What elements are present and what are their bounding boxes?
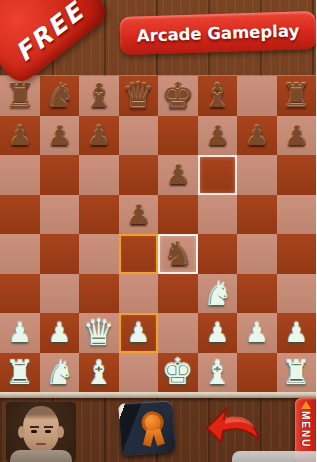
white-pawn[interactable]: ♟ [40, 313, 80, 353]
square-h6[interactable] [277, 155, 317, 195]
black-rook[interactable]: ♜ [277, 76, 317, 116]
arcade-gameplay-label: Arcade Gameplay [136, 21, 299, 45]
white-bishop[interactable]: ♝ [79, 353, 119, 393]
square-g8[interactable] [237, 76, 277, 116]
square-f6[interactable] [198, 155, 238, 195]
square-e8[interactable]: ♚ [158, 76, 198, 116]
black-pawn[interactable]: ♟ [119, 195, 159, 235]
black-knight[interactable]: ♞ [158, 234, 198, 274]
black-pawn[interactable]: ♟ [40, 116, 80, 156]
square-c5[interactable] [79, 195, 119, 235]
rules-book-button[interactable] [116, 402, 178, 454]
square-e2[interactable] [158, 313, 198, 353]
black-pawn[interactable]: ♟ [158, 155, 198, 195]
square-a6[interactable] [0, 155, 40, 195]
white-knight[interactable]: ♞ [40, 353, 80, 393]
white-pawn[interactable]: ♟ [119, 313, 159, 353]
square-c8[interactable]: ♝ [79, 76, 119, 116]
white-knight[interactable]: ♞ [198, 274, 238, 314]
black-rook[interactable]: ♜ [0, 76, 40, 116]
square-a3[interactable] [0, 274, 40, 314]
square-g6[interactable] [237, 155, 277, 195]
square-h4[interactable] [277, 234, 317, 274]
white-queen[interactable]: ♛ [79, 313, 119, 353]
square-b5[interactable] [40, 195, 80, 235]
square-b6[interactable] [40, 155, 80, 195]
square-c4[interactable] [79, 234, 119, 274]
square-c2[interactable]: ♛ [79, 313, 119, 353]
white-king[interactable]: ♚ [158, 353, 198, 393]
menu-arrow-icon [301, 401, 311, 409]
avatar-face [23, 406, 59, 452]
free-badge-label: FREE [10, 0, 90, 67]
square-e1[interactable]: ♚ [158, 353, 198, 393]
square-f1[interactable]: ♝ [198, 353, 238, 393]
arcade-gameplay-banner: Arcade Gameplay [119, 11, 316, 55]
square-e6[interactable]: ♟ [158, 155, 198, 195]
white-rook[interactable]: ♜ [277, 353, 317, 393]
square-b1[interactable]: ♞ [40, 353, 80, 393]
square-h2[interactable]: ♟ [277, 313, 317, 353]
square-c1[interactable]: ♝ [79, 353, 119, 393]
square-a1[interactable]: ♜ [0, 353, 40, 393]
square-d2[interactable]: ♟ [119, 313, 159, 353]
square-c3[interactable] [79, 274, 119, 314]
square-e7[interactable] [158, 116, 198, 156]
square-g4[interactable] [237, 234, 277, 274]
square-f2[interactable]: ♟ [198, 313, 238, 353]
square-a7[interactable]: ♟ [0, 116, 40, 156]
square-h1[interactable]: ♜ [277, 353, 317, 393]
square-f3[interactable]: ♞ [198, 274, 238, 314]
square-h7[interactable]: ♟ [277, 116, 317, 156]
white-pawn[interactable]: ♟ [0, 313, 40, 353]
black-pawn[interactable]: ♟ [79, 116, 119, 156]
square-d7[interactable] [119, 116, 159, 156]
book-icon [118, 400, 175, 456]
black-pawn[interactable]: ♟ [198, 116, 238, 156]
black-bishop[interactable]: ♝ [79, 76, 119, 116]
opponent-avatar [6, 402, 76, 462]
square-g5[interactable] [237, 195, 277, 235]
black-knight[interactable]: ♞ [40, 76, 80, 116]
square-e4[interactable]: ♞ [158, 234, 198, 274]
white-pawn[interactable]: ♟ [277, 313, 317, 353]
square-d5[interactable]: ♟ [119, 195, 159, 235]
black-pawn[interactable]: ♟ [277, 116, 317, 156]
square-f5[interactable] [198, 195, 238, 235]
square-e5[interactable] [158, 195, 198, 235]
black-bishop[interactable]: ♝ [198, 76, 238, 116]
square-b3[interactable] [40, 274, 80, 314]
square-h8[interactable]: ♜ [277, 76, 317, 116]
square-d3[interactable] [119, 274, 159, 314]
black-pawn[interactable]: ♟ [0, 116, 40, 156]
black-queen[interactable]: ♛ [119, 76, 159, 116]
square-a8[interactable]: ♜ [0, 76, 40, 116]
square-b7[interactable]: ♟ [40, 116, 80, 156]
square-d8[interactable]: ♛ [119, 76, 159, 116]
white-bishop[interactable]: ♝ [198, 353, 238, 393]
square-g3[interactable] [237, 274, 277, 314]
white-rook[interactable]: ♜ [0, 353, 40, 393]
undo-button[interactable] [200, 400, 264, 454]
square-a2[interactable]: ♟ [0, 313, 40, 353]
square-h5[interactable] [277, 195, 317, 235]
white-pawn[interactable]: ♟ [198, 313, 238, 353]
square-b2[interactable]: ♟ [40, 313, 80, 353]
square-b4[interactable] [40, 234, 80, 274]
app-screen: ♜♞♝♛♚♝♜♟♟♟♟♟♟♟♟♞♞♟♟♛♟♟♟♟♜♞♝♚♝♜ FREE Arca… [0, 0, 316, 462]
square-f8[interactable]: ♝ [198, 76, 238, 116]
chess-board: ♜♞♝♛♚♝♜♟♟♟♟♟♟♟♟♞♞♟♟♛♟♟♟♟♜♞♝♚♝♜ [0, 75, 316, 391]
undo-arrow-icon [200, 400, 264, 454]
square-b8[interactable]: ♞ [40, 76, 80, 116]
square-e3[interactable] [158, 274, 198, 314]
black-king[interactable]: ♚ [158, 76, 198, 116]
square-d1[interactable] [119, 353, 159, 393]
square-f4[interactable] [198, 234, 238, 274]
bottom-gray-strip [232, 451, 316, 462]
white-pawn[interactable]: ♟ [237, 313, 277, 353]
square-g7[interactable]: ♟ [237, 116, 277, 156]
square-f7[interactable]: ♟ [198, 116, 238, 156]
square-a4[interactable] [0, 234, 40, 274]
square-g1[interactable] [237, 353, 277, 393]
square-a5[interactable] [0, 195, 40, 235]
black-pawn[interactable]: ♟ [237, 116, 277, 156]
square-d4[interactable] [119, 234, 159, 274]
square-c6[interactable] [79, 155, 119, 195]
square-d6[interactable] [119, 155, 159, 195]
board-wrap: ♜♞♝♛♚♝♜♟♟♟♟♟♟♟♟♞♞♟♟♛♟♟♟♟♜♞♝♚♝♜ [0, 75, 316, 398]
bottom-bar: MENU [0, 398, 316, 462]
square-h3[interactable] [277, 274, 317, 314]
square-g2[interactable]: ♟ [237, 313, 277, 353]
square-c7[interactable]: ♟ [79, 116, 119, 156]
board-bottom-edge [0, 391, 316, 398]
menu-tab-label: MENU [300, 411, 311, 448]
